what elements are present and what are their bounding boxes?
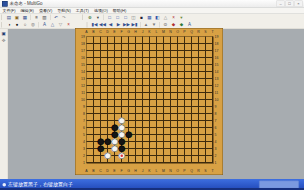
close-button[interactable]: × [295,1,303,8]
stone-outline: ○ [118,117,125,124]
triangle-mark-button[interactable]: △ [49,22,56,29]
copy-button[interactable]: ▥ [41,14,48,21]
multigo-window: 未命名 - MultiGo –□× 文件(F)编辑(E)查看(V)导航(N)工具… [0,0,304,190]
row-label: 4 [214,139,224,145]
row-label: 19 [214,34,224,40]
stone-outline: ○ [97,145,104,152]
board-only-view-button[interactable]: □ [106,14,113,21]
col-label: H [132,29,139,35]
language-globe-button[interactable]: ⊕ [87,14,94,21]
toolbar-grip [87,22,90,28]
toolbar-grip [82,15,85,21]
row-label: 11 [76,90,86,96]
col-label: B [90,168,97,174]
white-stone: ●○ [111,145,118,152]
col-label: Q [188,168,195,174]
maximize-button[interactable]: □ [286,1,294,8]
row-label: 12 [76,83,86,89]
row-label: 2 [214,153,224,159]
col-label: L [153,29,160,35]
col-label: T [209,168,216,174]
app-icon [2,1,8,7]
row-label: 3 [76,146,86,152]
open-button[interactable]: ▣ [14,14,21,21]
row-label: 5 [76,132,86,138]
black-stone-tool-button[interactable]: ● [14,22,21,29]
row-label: 16 [76,55,86,61]
toolbar-separator [104,15,105,21]
half-board-view-button[interactable]: ◧ [154,14,161,21]
col-label: A [83,168,90,174]
toolbar-separator [50,15,51,21]
row-label: 15 [214,62,224,68]
status-icon [3,183,7,187]
white-stone: ●○ [118,124,125,131]
row-label: 11 [214,90,224,96]
white-stone: ●○ [118,117,125,124]
move-numbers-view-button[interactable]: □ [114,14,121,21]
row-label: 9 [214,104,224,110]
white-stone: ●○ [104,152,111,159]
hand-tool-button[interactable]: ✥ [1,38,8,45]
col-label: K [146,29,153,35]
side-tool-strip: ▣✥ [0,29,8,179]
toolbar-separator [39,22,40,28]
row-label: 17 [214,48,224,54]
col-label: Q [188,29,195,35]
white-stone-tool-button[interactable]: ○ [22,22,29,29]
col-label: D [104,168,111,174]
row-label: 19 [76,34,86,40]
col-label: M [160,168,167,174]
row-label: 7 [214,118,224,124]
col-label: N [167,29,174,35]
new-button[interactable]: ▤ [6,14,13,21]
star-point [149,99,151,101]
title-bar: 未命名 - MultiGo –□× [0,0,304,8]
row-label: 14 [76,69,86,75]
row-label: 10 [214,97,224,103]
row-label: 6 [214,125,224,131]
stone-outline: ○ [125,131,132,138]
row-label: 13 [214,76,224,82]
row-label: 18 [76,41,86,47]
col-label: J [139,29,146,35]
stone-outline: ○ [111,138,118,145]
square-mark-button[interactable]: ▽ [57,22,64,29]
black-stone: ●○ [97,145,104,152]
col-label: K [146,168,153,174]
marks-view-button[interactable]: □ [122,14,129,21]
last-move-marker [120,154,123,157]
save-button[interactable]: ▦ [22,14,29,21]
redo-button[interactable]: ↷ [61,14,68,21]
delete-tool-button[interactable]: × [65,22,72,29]
grid-view-button[interactable]: ▦ [146,14,153,21]
col-label: G [125,29,132,35]
tree-view-button[interactable]: ◫ [130,14,137,21]
row-label: 13 [76,76,86,82]
col-label: H [132,168,139,174]
row-label: 9 [76,104,86,110]
window-bottom-edge [0,188,304,190]
stone-outline: ○ [104,152,111,159]
window-title: 未命名 - MultiGo [10,0,43,7]
col-label: D [104,29,111,35]
row-label: 10 [76,97,86,103]
col-label: E [111,29,118,35]
col-label: E [111,168,118,174]
star-point [149,141,151,143]
minimize-button[interactable]: – [277,1,285,8]
row-label: 17 [76,48,86,54]
dark-board-view-button[interactable]: ■ [138,14,145,21]
globe-dropdown-arrow[interactable]: ▾ [95,14,102,21]
row-label: 5 [214,132,224,138]
status-hint: 左键放置黑子，右键放置白子 [8,181,73,188]
white-stone: ●○ [111,138,118,145]
row-label: 4 [76,139,86,145]
col-label: J [139,168,146,174]
row-label: 7 [76,118,86,124]
undo-button[interactable]: ↶ [53,14,60,21]
star-point [107,57,109,59]
col-label: F [118,168,125,174]
toolbar-separator [31,15,32,21]
stone-outline: ○ [104,138,111,145]
row-label: 3 [214,146,224,152]
row-label: 18 [214,41,224,47]
col-label: P [181,168,188,174]
col-label: S [202,29,209,35]
col-label: P [181,29,188,35]
black-stone: ●○ [125,131,132,138]
col-label: C [97,168,104,174]
row-label: 8 [76,111,86,117]
print-button[interactable]: ≡ [33,14,40,21]
go-board[interactable]: AABBCCDDEEFFGGHHJJKKLLMMNNOOPPQQRRSSTT19… [75,28,223,175]
white-stone: ●○ [118,131,125,138]
toolbar-separator [140,22,141,28]
row-label: 12 [214,83,224,89]
col-label: F [118,29,125,35]
apply-view-button[interactable]: ▾ [178,14,185,21]
row-label: 6 [76,125,86,131]
toolbar-grip [1,15,4,21]
triangle-view-button[interactable]: △ [162,14,169,21]
col-label: R [195,168,202,174]
black-stone: ●○ [104,138,111,145]
white-stone: ●○ [118,152,125,159]
col-label: O [174,29,181,35]
col-label: R [195,29,202,35]
col-label: S [202,168,209,174]
row-label: 2 [76,153,86,159]
row-label: 15 [76,62,86,68]
row-label: 1 [76,160,86,166]
label-tool-button[interactable]: A [41,22,48,29]
star-point [191,141,193,143]
stone-tool-button[interactable]: ◑ [6,22,13,29]
close-view-button[interactable]: × [170,14,177,21]
star-point [191,57,193,59]
col-label: L [153,168,160,174]
col-label: N [167,168,174,174]
col-label: B [90,29,97,35]
star-point [149,57,151,59]
star-point [191,99,193,101]
star-point [107,99,109,101]
row-label: 16 [214,55,224,61]
row-label: 14 [214,69,224,75]
toolbar-separator [160,22,161,28]
col-label: G [125,168,132,174]
toolbar-grip [1,22,4,28]
row-label: 1 [214,160,224,166]
col-label: C [97,29,104,35]
col-label: O [174,168,181,174]
col-label: M [160,29,167,35]
row-label: 8 [214,111,224,117]
alt-stone-tool-button[interactable]: ◍ [30,22,37,29]
board-tool-button[interactable]: ▣ [1,30,8,37]
